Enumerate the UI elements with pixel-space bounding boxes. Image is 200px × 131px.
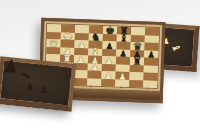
chess-set-photo: ♝♟♝ ♚♜♚♞♝♛♟♟♛♟♝♟♟♟♜♟♟♟♜♟♟♟ ♝♞♟♟ [0,0,200,131]
brass-latch-icon[interactable] [0,83,1,90]
black-pieces-drawer[interactable]: ♝♞♟♟ [0,56,76,112]
square-d1[interactable] [87,78,101,86]
drawer-piece-black-n[interactable]: ♞ [26,82,34,92]
square-e1[interactable] [101,78,115,86]
drawer-piece-white-b[interactable]: ♝ [171,42,183,54]
square-f1[interactable] [115,79,129,87]
drawer-piece-black-p[interactable]: ♟ [40,85,48,95]
square-c1[interactable] [73,78,87,86]
square-g1[interactable] [129,79,143,87]
square-h1[interactable] [143,80,157,88]
drawer-piece-black-b[interactable]: ♝ [19,69,31,81]
drawer-piece-black-p[interactable]: ♟ [3,61,18,71]
